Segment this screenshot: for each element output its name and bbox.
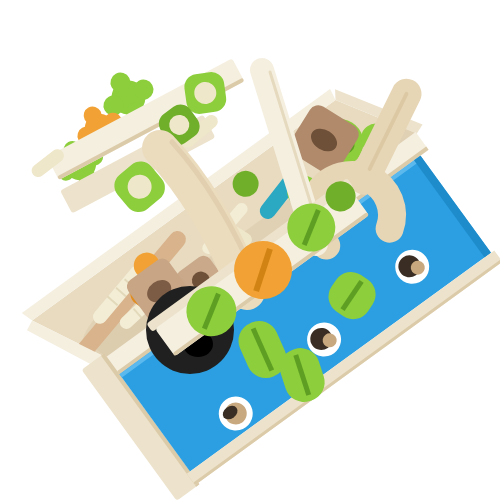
scene-root	[0, 0, 500, 500]
toy-toolbox-illustration	[0, 0, 500, 500]
